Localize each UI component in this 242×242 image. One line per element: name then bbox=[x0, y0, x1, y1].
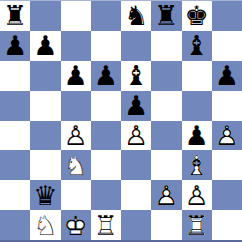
square-h3[interactable] bbox=[212, 150, 242, 180]
square-b6[interactable] bbox=[30, 61, 60, 91]
piece-white-rook-icon[interactable]: ♜♖ bbox=[91, 210, 121, 240]
square-c8[interactable] bbox=[61, 1, 91, 31]
piece-black-rook-icon[interactable]: ♜ bbox=[0, 1, 30, 31]
square-g7[interactable]: ♝ bbox=[182, 31, 212, 61]
square-e4[interactable]: ♟♙ bbox=[121, 121, 151, 151]
square-c5[interactable] bbox=[61, 91, 91, 121]
chess-board: ♜♞♜♚♟♟♝♟♟♝♟♟♟♙♟♙♟♟♙♞♘♝♗♛♟♙♟♙♞♘♚♔♜♖♜♖ bbox=[0, 0, 242, 242]
square-h1[interactable] bbox=[212, 210, 242, 240]
square-g5[interactable] bbox=[182, 91, 212, 121]
piece-white-pawn-icon[interactable]: ♟♙ bbox=[121, 121, 151, 151]
square-h4[interactable]: ♟♙ bbox=[212, 121, 242, 151]
square-b7[interactable]: ♟ bbox=[30, 31, 60, 61]
square-f7[interactable] bbox=[151, 31, 181, 61]
square-f1[interactable] bbox=[151, 210, 181, 240]
square-e3[interactable] bbox=[121, 150, 151, 180]
piece-black-pawn-icon[interactable]: ♟ bbox=[0, 31, 30, 61]
piece-white-pawn-icon[interactable]: ♟♙ bbox=[212, 121, 242, 151]
square-g3[interactable]: ♝♗ bbox=[182, 150, 212, 180]
piece-white-knight-icon[interactable]: ♞♘ bbox=[61, 150, 91, 180]
square-a2[interactable] bbox=[0, 180, 30, 210]
square-e2[interactable] bbox=[121, 180, 151, 210]
piece-black-pawn-icon[interactable]: ♟ bbox=[182, 121, 212, 151]
square-a7[interactable]: ♟ bbox=[0, 31, 30, 61]
piece-white-rook-icon[interactable]: ♜♖ bbox=[182, 210, 212, 240]
piece-black-pawn-icon[interactable]: ♟ bbox=[61, 61, 91, 91]
square-a6[interactable] bbox=[0, 61, 30, 91]
square-c6[interactable]: ♟ bbox=[61, 61, 91, 91]
piece-white-pawn-icon[interactable]: ♟♙ bbox=[61, 121, 91, 151]
square-a1[interactable] bbox=[0, 210, 30, 240]
square-g1[interactable]: ♜♖ bbox=[182, 210, 212, 240]
square-a3[interactable] bbox=[0, 150, 30, 180]
square-b2[interactable]: ♛ bbox=[30, 180, 60, 210]
piece-black-pawn-icon[interactable]: ♟ bbox=[212, 61, 242, 91]
square-b1[interactable]: ♞♘ bbox=[30, 210, 60, 240]
square-c4[interactable]: ♟♙ bbox=[61, 121, 91, 151]
square-d2[interactable] bbox=[91, 180, 121, 210]
square-b5[interactable] bbox=[30, 91, 60, 121]
square-d1[interactable]: ♜♖ bbox=[91, 210, 121, 240]
square-h8[interactable] bbox=[212, 1, 242, 31]
piece-black-bishop-icon[interactable]: ♝ bbox=[182, 31, 212, 61]
square-h5[interactable] bbox=[212, 91, 242, 121]
piece-black-pawn-icon[interactable]: ♟ bbox=[30, 31, 60, 61]
piece-black-pawn-icon[interactable]: ♟ bbox=[91, 61, 121, 91]
piece-white-king-icon[interactable]: ♚♔ bbox=[61, 210, 91, 240]
square-d5[interactable] bbox=[91, 91, 121, 121]
square-c1[interactable]: ♚♔ bbox=[61, 210, 91, 240]
piece-white-bishop-icon[interactable]: ♝♗ bbox=[182, 150, 212, 180]
square-f6[interactable] bbox=[151, 61, 181, 91]
square-a5[interactable] bbox=[0, 91, 30, 121]
square-c3[interactable]: ♞♘ bbox=[61, 150, 91, 180]
piece-black-king-icon[interactable]: ♚ bbox=[182, 1, 212, 31]
square-b3[interactable] bbox=[30, 150, 60, 180]
piece-black-bishop-icon[interactable]: ♝ bbox=[121, 61, 151, 91]
square-g6[interactable] bbox=[182, 61, 212, 91]
square-d7[interactable] bbox=[91, 31, 121, 61]
square-h6[interactable]: ♟ bbox=[212, 61, 242, 91]
piece-black-knight-icon[interactable]: ♞ bbox=[121, 1, 151, 31]
square-e5[interactable]: ♟ bbox=[121, 91, 151, 121]
square-d8[interactable] bbox=[91, 1, 121, 31]
square-g2[interactable]: ♟♙ bbox=[182, 180, 212, 210]
piece-white-pawn-icon[interactable]: ♟♙ bbox=[182, 180, 212, 210]
square-f8[interactable]: ♜ bbox=[151, 1, 181, 31]
square-e8[interactable]: ♞ bbox=[121, 1, 151, 31]
square-e7[interactable] bbox=[121, 31, 151, 61]
square-h2[interactable] bbox=[212, 180, 242, 210]
square-e1[interactable] bbox=[121, 210, 151, 240]
square-f3[interactable] bbox=[151, 150, 181, 180]
square-g4[interactable]: ♟ bbox=[182, 121, 212, 151]
square-f2[interactable]: ♟♙ bbox=[151, 180, 181, 210]
square-g8[interactable]: ♚ bbox=[182, 1, 212, 31]
square-f5[interactable] bbox=[151, 91, 181, 121]
piece-black-queen-icon[interactable]: ♛ bbox=[30, 180, 60, 210]
square-b8[interactable] bbox=[30, 1, 60, 31]
piece-white-pawn-icon[interactable]: ♟♙ bbox=[151, 180, 181, 210]
square-d6[interactable]: ♟ bbox=[91, 61, 121, 91]
square-a8[interactable]: ♜ bbox=[0, 1, 30, 31]
square-b4[interactable] bbox=[30, 121, 60, 151]
square-a4[interactable] bbox=[0, 121, 30, 151]
square-d3[interactable] bbox=[91, 150, 121, 180]
square-d4[interactable] bbox=[91, 121, 121, 151]
piece-black-pawn-icon[interactable]: ♟ bbox=[121, 91, 151, 121]
square-f4[interactable] bbox=[151, 121, 181, 151]
square-c7[interactable] bbox=[61, 31, 91, 61]
square-c2[interactable] bbox=[61, 180, 91, 210]
square-e6[interactable]: ♝ bbox=[121, 61, 151, 91]
piece-black-rook-icon[interactable]: ♜ bbox=[151, 1, 181, 31]
square-h7[interactable] bbox=[212, 31, 242, 61]
piece-white-knight-icon[interactable]: ♞♘ bbox=[30, 210, 60, 240]
